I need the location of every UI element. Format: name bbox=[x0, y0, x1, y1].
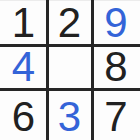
sudoku-board: 1 2 9 4 8 6 3 7 bbox=[0, 0, 140, 140]
cell-grid: 1 2 9 4 8 6 3 7 bbox=[0, 0, 140, 140]
cell-digit: 3 bbox=[58, 96, 81, 138]
cell-r3c2[interactable]: 3 bbox=[47, 89, 92, 140]
cell-digit: 6 bbox=[12, 96, 35, 138]
cell-digit: 9 bbox=[104, 2, 127, 44]
cell-digit: 8 bbox=[104, 46, 127, 88]
cell-digit: 7 bbox=[104, 96, 127, 138]
cell-r2c1[interactable]: 4 bbox=[0, 45, 47, 89]
cell-r1c3[interactable]: 9 bbox=[92, 0, 140, 45]
cell-digit: 2 bbox=[58, 2, 81, 44]
cell-r1c1[interactable]: 1 bbox=[0, 0, 47, 45]
cell-r2c2-empty[interactable] bbox=[47, 45, 92, 89]
cell-digit: 4 bbox=[12, 46, 35, 88]
cell-digit: 1 bbox=[12, 2, 35, 44]
cell-r3c3[interactable]: 7 bbox=[92, 89, 140, 140]
cell-r1c2[interactable]: 2 bbox=[47, 0, 92, 45]
cell-r2c3[interactable]: 8 bbox=[92, 45, 140, 89]
cell-r3c1[interactable]: 6 bbox=[0, 89, 47, 140]
